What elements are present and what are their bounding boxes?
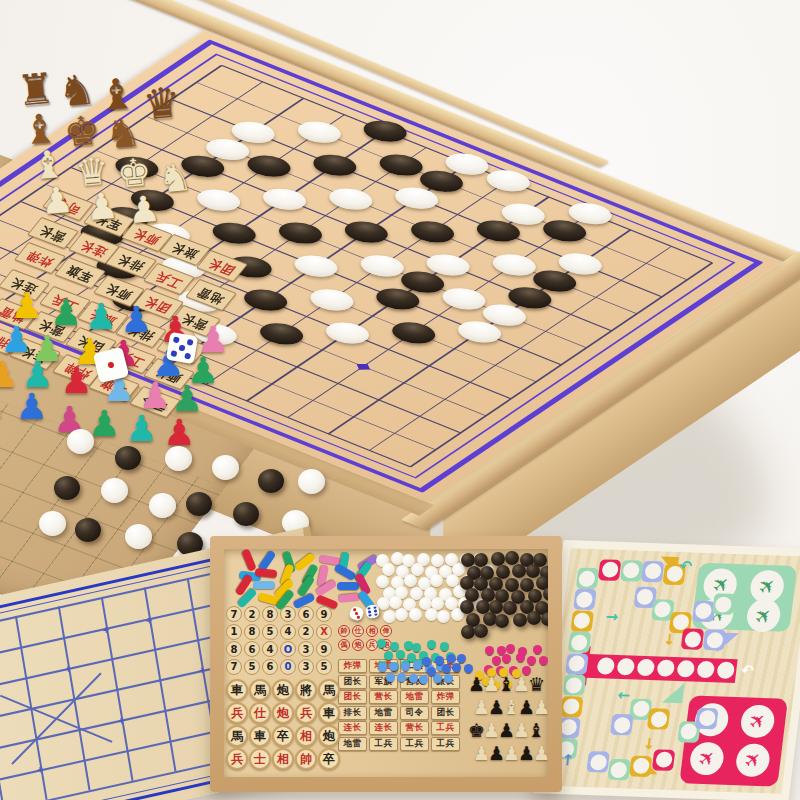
direction-arrow-icon: ↶ (678, 559, 692, 574)
direction-arrow-icon: → (605, 609, 619, 624)
junqi-tile[interactable]: 团长 (431, 706, 460, 720)
xiangqi-piece-label: 車 (254, 728, 266, 745)
go-stone-black[interactable] (258, 469, 284, 493)
plane-circle[interactable]: ✈ (739, 704, 776, 738)
chess-piece[interactable]: ♟ (533, 698, 548, 717)
xiangqi-piece[interactable]: 兵 (226, 702, 248, 724)
junqi-tile[interactable]: 工兵 (431, 721, 460, 735)
checker-bead[interactable] (241, 549, 257, 572)
track-circle (705, 632, 723, 648)
number-disc-label: 0 (285, 661, 292, 672)
track-circle (610, 762, 628, 778)
pin-piece[interactable] (440, 642, 449, 651)
number-disc[interactable]: 0 (280, 659, 296, 675)
number-disc[interactable]: 5 (262, 624, 278, 640)
runway-circle (716, 662, 735, 680)
mini-xiangqi-disc[interactable]: 帥 (338, 625, 350, 637)
xiangqi-piece-label: 相 (300, 728, 312, 745)
plane-icon: ✈ (753, 572, 781, 601)
junqi-tile[interactable]: 地雷 (369, 706, 398, 720)
junqi-tile[interactable]: 团长 (338, 675, 367, 689)
track-circle (622, 562, 640, 578)
number-disc-label: 5 (249, 661, 256, 672)
number-disc-label: 7 (231, 661, 238, 672)
track-cell[interactable] (607, 759, 631, 781)
number-disc[interactable]: O (280, 641, 296, 657)
go-stone-white[interactable] (395, 608, 408, 621)
runway-circle (696, 661, 715, 679)
xiangqi-piece[interactable]: 兵 (295, 702, 317, 724)
track-cell[interactable] (695, 707, 719, 729)
number-disc-label: 6 (249, 644, 256, 655)
junqi-tile[interactable]: 连长 (338, 721, 367, 735)
point-marker: + (144, 615, 153, 627)
go-stone-white[interactable] (437, 610, 450, 623)
number-disc-label: 3 (303, 644, 310, 655)
track-circle (695, 603, 713, 619)
track-cell[interactable] (560, 696, 584, 718)
xiangqi-piece-label: 馬 (323, 682, 335, 699)
junqi-tile-label: 地雷 (375, 707, 393, 719)
chess-piece[interactable]: ♟ (533, 744, 548, 763)
go-stone-black[interactable] (474, 624, 488, 638)
track-circle (570, 634, 588, 650)
junqi-tile-label: 工兵 (406, 738, 424, 750)
junqi-tile-label: 工兵 (437, 722, 455, 734)
junqi-tile[interactable]: 团长 (338, 690, 367, 704)
mini-disc-label: 帥 (341, 626, 348, 636)
number-disc-label: 2 (249, 609, 256, 620)
track-cell[interactable] (629, 755, 653, 777)
palace-diagonal (11, 673, 101, 765)
go-stone-white[interactable] (149, 493, 176, 518)
track-cell[interactable] (620, 560, 644, 582)
direction-arrow-icon: ← (617, 688, 631, 703)
xiangqi-piece[interactable]: 相 (295, 725, 317, 747)
track-cell[interactable] (610, 714, 634, 736)
number-disc[interactable]: 3 (298, 641, 314, 657)
xiangqi-piece[interactable]: 車 (318, 702, 340, 724)
flying-chess-board[interactable]: ✈✈✈✈ ✈✈✈✈ →↓←↓↑↶↶ (533, 540, 800, 800)
number-disc[interactable]: 2 (244, 606, 260, 622)
xiangqi-piece-label: 兵 (300, 705, 312, 722)
number-disc[interactable]: 5 (244, 659, 260, 675)
plane-icon: ✈ (739, 745, 767, 774)
junqi-tile[interactable]: 工兵 (400, 737, 429, 751)
xiangqi-piece[interactable]: 馬 (318, 679, 340, 701)
go-stone-black[interactable] (54, 476, 80, 500)
pin-piece[interactable] (527, 656, 536, 665)
track-circle (589, 754, 607, 770)
junqi-tile[interactable]: 地雷 (338, 737, 367, 751)
number-disc[interactable]: 2 (298, 624, 314, 640)
track-cell[interactable] (575, 568, 599, 590)
number-disc-label: 9 (321, 609, 328, 620)
top-scene: 司令军长师长旅长团长营长连长排长工兵地雷炸弹军旗师长团长营长连长工兵旅长排长军长… (0, 0, 800, 560)
pin-piece[interactable] (442, 664, 451, 673)
checker-bead[interactable] (253, 581, 275, 589)
xiangqi-piece-label: 炮 (277, 705, 289, 722)
go-stone-black[interactable] (543, 587, 548, 601)
number-disc[interactable]: 1 (226, 624, 242, 640)
junqi-tile[interactable]: 工兵 (431, 737, 460, 751)
xiangqi-piece[interactable]: 卒 (318, 748, 340, 770)
xiangqi-piece-label: 車 (323, 705, 335, 722)
tray-inner: 72836918542X864O39756035帥仕相俥傌炮兵炮炸弹地雷工兵连长… (224, 549, 548, 777)
track-circle (560, 720, 578, 736)
checker-bead[interactable] (337, 593, 360, 603)
pin-piece[interactable] (386, 673, 395, 682)
track-circle (655, 751, 673, 767)
track-cell[interactable] (570, 610, 594, 632)
die-pip (368, 610, 371, 613)
pin-piece[interactable] (492, 656, 501, 665)
xiangqi-piece-label: 車 (231, 682, 243, 699)
number-disc-label: O (284, 644, 293, 655)
track-cell[interactable] (567, 632, 591, 654)
junqi-tile-label: 团长 (437, 707, 455, 719)
go-stone-black[interactable] (461, 553, 475, 567)
number-disc[interactable]: 5 (316, 659, 332, 675)
junqi-tile[interactable]: 炸弹 (338, 659, 367, 673)
die-pip (368, 607, 371, 610)
track-cell[interactable] (647, 708, 671, 730)
track-circle (684, 631, 702, 647)
junqi-tile-label: 营长 (375, 691, 393, 703)
plane-circle[interactable]: ✈ (688, 741, 725, 775)
track-circle (613, 717, 631, 733)
mini-disc-label: 相 (369, 626, 376, 636)
mini-xiangqi-disc[interactable]: 傌 (338, 639, 350, 651)
flight-inner: ✈✈✈✈ ✈✈✈✈ →↓←↓↑↶↶ (542, 548, 800, 794)
track-circle (698, 710, 716, 726)
die-pip (355, 612, 358, 615)
xiangqi-piece[interactable]: 卒 (272, 725, 294, 747)
xiangqi-piece[interactable]: 仕 (249, 702, 271, 724)
point-marker: + (36, 764, 45, 776)
go-stone-white[interactable] (404, 574, 417, 587)
junqi-tile[interactable]: 营长 (400, 721, 429, 735)
number-disc-label: 3 (303, 661, 310, 672)
direction-arrow-icon: ↑ (561, 753, 575, 768)
loose-stones (0, 0, 420, 580)
pin-piece[interactable] (502, 654, 511, 663)
xiangqi-piece-label: 炮 (277, 682, 289, 699)
track-cell[interactable] (641, 560, 665, 582)
pin-piece[interactable] (516, 653, 525, 662)
number-disc-label: 5 (321, 661, 328, 672)
track-cell[interactable] (565, 653, 589, 675)
xiangqi-piece[interactable]: 炮 (272, 679, 294, 701)
runway-circle (676, 660, 695, 678)
number-disc-label: 7 (231, 609, 238, 620)
number-disc-label: 4 (285, 626, 292, 637)
number-disc[interactable]: 8 (244, 624, 260, 640)
pin-piece[interactable] (384, 651, 393, 660)
checker-bead[interactable] (337, 582, 359, 590)
mini-disc-label: 俥 (383, 626, 390, 636)
track-cell[interactable] (652, 749, 676, 771)
product-photo-stage: 司令军长师长旅长团长营长连长排长工兵地雷炸弹军旗师长团长营长连长工兵旅长排长军长… (0, 0, 800, 800)
junqi-tile-label: 工兵 (375, 738, 393, 750)
track-circle (715, 596, 733, 612)
number-disc[interactable]: 3 (298, 659, 314, 675)
go-stone-black[interactable] (491, 552, 505, 566)
go-stone-white[interactable] (101, 478, 128, 503)
number-disc[interactable]: 6 (298, 606, 314, 622)
xiangqi-piece[interactable]: 炮 (272, 702, 294, 724)
track-cell[interactable] (573, 589, 597, 611)
track-circle (650, 711, 668, 727)
track-circle (636, 589, 654, 605)
pin-piece[interactable] (389, 662, 398, 671)
track-cell[interactable] (703, 629, 727, 651)
number-disc-label: 6 (303, 609, 310, 620)
track-circle (644, 563, 662, 579)
go-stone-white[interactable] (409, 608, 422, 621)
go-stone-black[interactable] (495, 614, 509, 628)
go-stone-white[interactable] (383, 610, 396, 623)
track-circle (601, 561, 619, 577)
junqi-tile-label: 连长 (344, 722, 362, 734)
number-disc[interactable]: 7 (226, 606, 242, 622)
go-stone-white[interactable] (212, 455, 239, 480)
mini-disc-label: 炮 (355, 640, 362, 650)
junqi-tile[interactable]: 地雷 (400, 690, 429, 704)
junqi-tile-label: 排长 (344, 707, 362, 719)
mini-disc-label: 兵 (369, 640, 376, 650)
xiangqi-piece[interactable]: 兵 (226, 748, 248, 770)
track-circle (573, 613, 591, 629)
xiangqi-piece[interactable]: 炮 (318, 725, 340, 747)
xiangqi-piece-label: 將 (300, 682, 312, 699)
number-disc-label: 2 (303, 626, 310, 637)
xiangqi-piece[interactable]: 馬 (226, 725, 248, 747)
go-stone-black[interactable] (513, 613, 527, 627)
track-circle (568, 655, 586, 671)
number-disc[interactable]: 8 (226, 641, 242, 657)
plane-circle[interactable]: ✈ (745, 599, 782, 633)
plane-icon: ✈ (693, 744, 721, 773)
xiangqi-piece-label: 帥 (300, 751, 312, 768)
pin-piece[interactable] (457, 654, 466, 663)
pin-piece[interactable] (378, 663, 387, 672)
junqi-tile[interactable]: 炸弹 (431, 690, 460, 704)
number-disc[interactable]: 6 (244, 641, 260, 657)
bottom-scene: ++++++ 汉界 楚河 72836918542X864O39756035帥仕相… (0, 520, 800, 800)
number-disc-label: X (320, 626, 328, 637)
xiangqi-piece-label: 兵 (231, 751, 243, 768)
junqi-tile-label: 地雷 (344, 738, 362, 750)
die-pip (353, 608, 356, 611)
xiangqi-piece-label: 卒 (277, 728, 289, 745)
die-pip (357, 616, 360, 619)
xiangqi-piece-label: 兵 (231, 705, 243, 722)
pin-piece[interactable] (464, 664, 473, 673)
number-disc[interactable]: 7 (226, 659, 242, 675)
go-stone-black[interactable] (186, 492, 212, 516)
runway-arrow (586, 654, 738, 683)
pin-piece[interactable] (396, 650, 405, 659)
number-disc[interactable]: 9 (316, 606, 332, 622)
track-circle (578, 570, 596, 586)
xiangqi-piece[interactable]: 士 (249, 748, 271, 770)
die-pip (373, 606, 376, 609)
plane-icon: ✈ (749, 601, 777, 630)
direction-arrow-icon: ↓ (642, 737, 656, 752)
runway-circle (596, 658, 615, 676)
pin-piece[interactable] (539, 656, 548, 665)
die-pip (374, 613, 377, 616)
direction-arrow-icon: ↶ (740, 664, 754, 679)
go-stone-black[interactable] (512, 564, 526, 578)
track-cell[interactable] (562, 674, 586, 696)
track-cell[interactable] (681, 628, 705, 650)
go-stone-black[interactable] (474, 553, 488, 567)
point-marker: + (64, 663, 73, 675)
junqi-tile[interactable]: 排长 (338, 706, 367, 720)
chess-piece[interactable]: ♛ (528, 675, 545, 694)
pin-piece[interactable] (485, 646, 494, 655)
mini-xiangqi-disc[interactable]: 相 (366, 625, 378, 637)
junqi-tile-label: 炸弹 (344, 660, 362, 672)
go-stone-black[interactable] (115, 446, 141, 470)
number-disc-label: 8 (249, 626, 256, 637)
xiangqi-piece[interactable]: 帥 (295, 748, 317, 770)
number-disc[interactable]: 4 (280, 624, 296, 640)
pin-piece[interactable] (409, 674, 418, 683)
xiangqi-piece[interactable]: 將 (295, 679, 317, 701)
xiangqi-piece-label: 馬 (231, 728, 243, 745)
runway-circle (616, 658, 635, 676)
track-circle (632, 758, 650, 774)
triangle-decor (662, 683, 684, 704)
track-cell[interactable] (712, 594, 736, 616)
number-disc-label: 9 (321, 644, 328, 655)
plane-circle[interactable]: ✈ (734, 743, 771, 777)
number-disc[interactable]: 6 (262, 659, 278, 675)
junqi-tile-label: 连长 (375, 722, 393, 734)
go-stone-black[interactable] (461, 625, 475, 639)
number-disc-label: 5 (267, 626, 274, 637)
go-stone-white[interactable] (298, 469, 325, 494)
go-stone-white[interactable] (425, 608, 438, 621)
pieces-tray[interactable]: 72836918542X864O39756035帥仕相俥傌炮兵炮炸弹地雷工兵连长… (210, 536, 562, 792)
number-disc-label: 8 (267, 609, 274, 620)
junqi-tile-label: 团长 (344, 676, 362, 688)
mini-xiangqi-disc[interactable]: 仕 (352, 625, 364, 637)
number-disc[interactable]: 3 (280, 606, 296, 622)
number-disc-label: 8 (231, 644, 238, 655)
go-stone-white[interactable] (430, 574, 443, 587)
mini-xiangqi-disc[interactable]: 兵 (366, 639, 378, 651)
junqi-tile-label: 地雷 (406, 691, 424, 703)
pin-piece[interactable] (412, 643, 421, 652)
junqi-tile[interactable]: 工兵 (369, 737, 398, 751)
die-pip (369, 614, 372, 617)
runway-circle (656, 660, 675, 678)
track-circle (565, 677, 583, 693)
mini-disc-label: 傌 (341, 640, 348, 650)
xiangqi-piece-label: 士 (254, 751, 266, 768)
pin-piece[interactable] (506, 644, 515, 653)
point-marker: + (197, 664, 206, 676)
xiangqi-piece-label: 相 (277, 751, 289, 768)
go-stone-white[interactable] (67, 429, 94, 454)
track-cell[interactable] (586, 751, 610, 773)
track-cell[interactable] (598, 559, 622, 581)
xiangqi-piece-label: 炮 (323, 728, 335, 745)
xiangqi-piece[interactable]: 車 (226, 679, 248, 701)
mini-xiangqi-disc[interactable]: 炮 (352, 639, 364, 651)
xiangqi-piece-label: 仕 (254, 705, 266, 722)
runway-circle (636, 659, 655, 677)
number-disc[interactable]: 4 (262, 641, 278, 657)
go-stone-black[interactable] (503, 601, 517, 615)
junqi-tile[interactable]: 司令 (400, 706, 429, 720)
xiangqi-piece-label: 馬 (254, 682, 266, 699)
junqi-tile-label: 炸弹 (437, 691, 455, 703)
pin-piece[interactable] (533, 645, 542, 654)
track-circle (654, 601, 672, 617)
xiangqi-piece[interactable]: 馬 (249, 679, 271, 701)
mini-disc-label: 仕 (355, 626, 362, 636)
pin-piece[interactable] (419, 675, 428, 684)
mini-xiangqi-disc[interactable]: 俥 (380, 625, 392, 637)
track-circle (632, 701, 650, 717)
xiangqi-piece[interactable]: 相 (272, 748, 294, 770)
pin-piece[interactable] (427, 667, 436, 676)
point-marker: + (102, 624, 111, 636)
go-stone-black[interactable] (541, 612, 548, 626)
die[interactable] (365, 604, 380, 619)
number-disc-label: 3 (285, 609, 292, 620)
junqi-tile-label: 营长 (406, 722, 424, 734)
die-pip (374, 610, 377, 613)
direction-arrow-icon: ↓ (662, 632, 676, 647)
number-disc-label: 4 (267, 644, 274, 655)
number-disc[interactable]: 8 (262, 606, 278, 622)
die[interactable] (348, 605, 364, 621)
junqi-tile-label: 司令 (406, 707, 424, 719)
number-disc[interactable]: X (316, 624, 332, 640)
go-stone-black[interactable] (460, 600, 474, 614)
track-circle (562, 698, 580, 714)
go-stone-black[interactable] (526, 564, 540, 578)
junqi-tile[interactable]: 连长 (369, 721, 398, 735)
junqi-tile-label: 工兵 (437, 738, 455, 750)
chess-piece[interactable]: ♝ (528, 721, 545, 740)
pin-piece[interactable] (444, 674, 453, 683)
junqi-tile[interactable]: 营长 (369, 690, 398, 704)
pin-piece[interactable] (427, 640, 436, 649)
go-stone-black[interactable] (527, 611, 541, 625)
go-stone-white[interactable] (165, 446, 192, 471)
number-disc[interactable]: 9 (316, 641, 332, 657)
xiangqi-piece[interactable]: 車 (249, 725, 271, 747)
plane-icon: ✈ (743, 707, 771, 736)
number-disc-label: 1 (231, 626, 238, 637)
point-marker: + (117, 715, 126, 727)
junqi-tile-label: 团长 (344, 691, 362, 703)
pin-piece[interactable] (422, 657, 431, 666)
xiangqi-piece-label: 卒 (323, 751, 335, 768)
number-disc-label: 6 (267, 661, 274, 672)
track-circle (576, 591, 594, 607)
